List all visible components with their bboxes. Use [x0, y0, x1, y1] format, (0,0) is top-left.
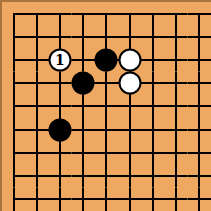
move-number-label: 1 [55, 53, 65, 67]
board-intersection [25, 188, 48, 211]
board-intersection [2, 188, 25, 211]
board-intersection [48, 72, 71, 95]
board-intersection [48, 118, 71, 141]
board-intersection [72, 164, 95, 187]
black-stone [72, 72, 95, 95]
board-intersection [141, 25, 164, 48]
board-intersection [48, 95, 71, 118]
board-intersection [72, 188, 95, 211]
board-intersection [118, 25, 141, 48]
board-intersection [95, 2, 118, 25]
board-intersection [188, 25, 211, 48]
board-intersection [118, 72, 141, 95]
board-intersection [188, 48, 211, 71]
board-intersection [118, 48, 141, 71]
board-grid: 1 [2, 2, 211, 211]
board-intersection [164, 95, 187, 118]
board-intersection [25, 118, 48, 141]
board-intersection [72, 72, 95, 95]
board-intersection [164, 2, 187, 25]
board-intersection [95, 48, 118, 71]
board-intersection [118, 118, 141, 141]
board-intersection [48, 25, 71, 48]
board-intersection [141, 48, 164, 71]
board-intersection [188, 2, 211, 25]
board-intersection [95, 72, 118, 95]
board-intersection [141, 164, 164, 187]
board-intersection [141, 2, 164, 25]
board-intersection [2, 72, 25, 95]
board-intersection [141, 72, 164, 95]
board-intersection [118, 164, 141, 187]
board-intersection [95, 141, 118, 164]
board-intersection [164, 164, 187, 187]
board-intersection [118, 2, 141, 25]
board-intersection [25, 95, 48, 118]
board-intersection [118, 95, 141, 118]
board-intersection [2, 164, 25, 187]
board-intersection [2, 95, 25, 118]
board-intersection [188, 164, 211, 187]
board-intersection [25, 141, 48, 164]
board-intersection [72, 118, 95, 141]
board-intersection [164, 141, 187, 164]
board-intersection [164, 48, 187, 71]
board-intersection [2, 25, 25, 48]
board-intersection [95, 95, 118, 118]
board-intersection [25, 164, 48, 187]
white-stone [118, 72, 141, 95]
board-intersection [118, 188, 141, 211]
board-intersection [164, 72, 187, 95]
board-intersection [141, 118, 164, 141]
board-intersection [48, 141, 71, 164]
board-intersection [25, 2, 48, 25]
board-intersection [25, 72, 48, 95]
board-intersection [188, 95, 211, 118]
board-intersection [25, 25, 48, 48]
board-intersection [2, 118, 25, 141]
board-intersection [164, 118, 187, 141]
board-intersection [48, 188, 71, 211]
board-intersection [141, 95, 164, 118]
white-stone: 1 [48, 48, 71, 71]
board-intersection [188, 141, 211, 164]
board-intersection [95, 188, 118, 211]
board-intersection [72, 95, 95, 118]
board-intersection [48, 164, 71, 187]
board-intersection [95, 164, 118, 187]
board-intersection [72, 48, 95, 71]
board-intersection: 1 [48, 48, 71, 71]
board-intersection [2, 2, 25, 25]
board-intersection [72, 2, 95, 25]
board-intersection [72, 25, 95, 48]
go-board-diagram: 1 [0, 0, 211, 211]
black-stone [95, 48, 118, 71]
white-stone [118, 48, 141, 71]
black-stone [48, 118, 71, 141]
board-intersection [164, 188, 187, 211]
board-intersection [2, 141, 25, 164]
board-intersection [188, 118, 211, 141]
board-intersection [25, 48, 48, 71]
board-intersection [72, 141, 95, 164]
board-intersection [141, 141, 164, 164]
board-intersection [48, 2, 71, 25]
board-intersection [95, 118, 118, 141]
board-intersection [2, 48, 25, 71]
board-intersection [118, 141, 141, 164]
board-intersection [95, 25, 118, 48]
board-intersection [188, 72, 211, 95]
board-intersection [164, 25, 187, 48]
board-intersection [141, 188, 164, 211]
board-intersection [188, 188, 211, 211]
